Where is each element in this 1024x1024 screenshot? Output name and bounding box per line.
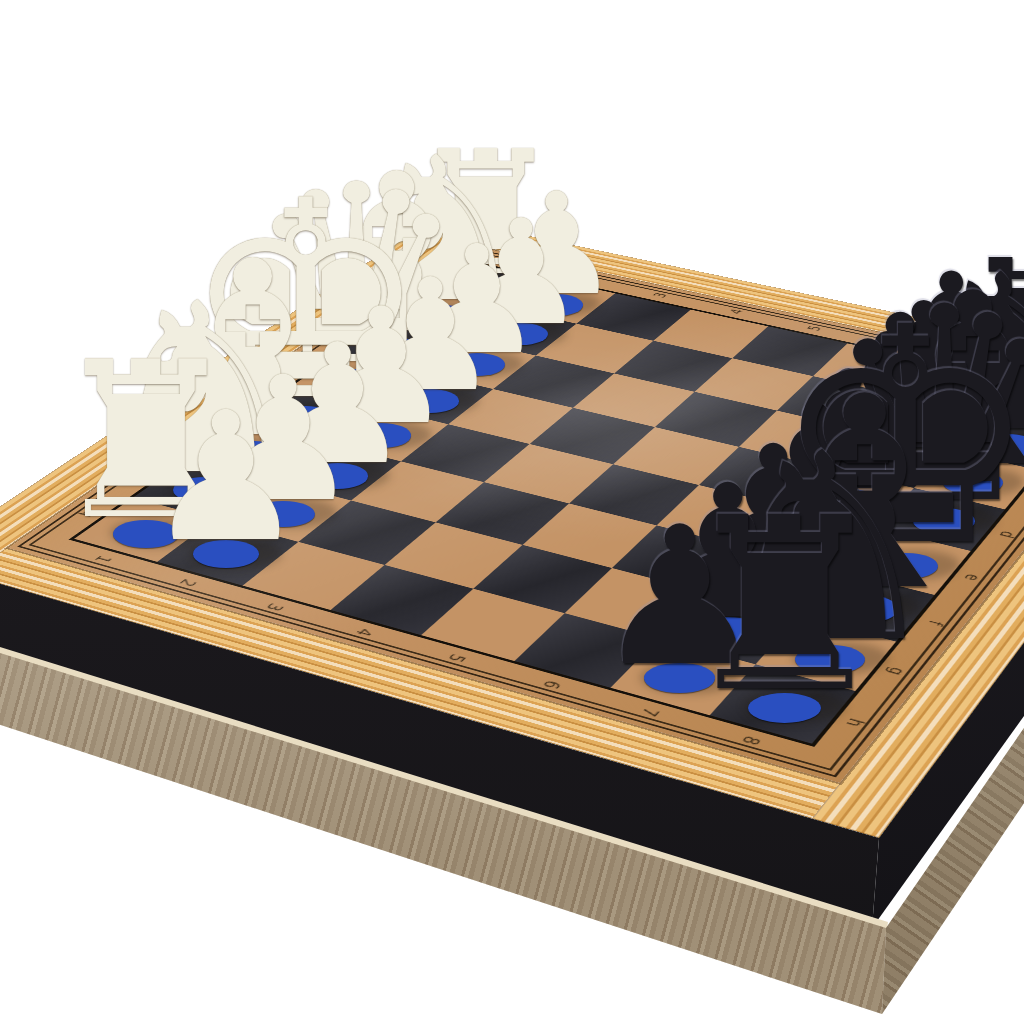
photo-stage: 11aa22bb33cc44dd55ee66ff77gg88hh ♜♟♞♟♝♟♛… xyxy=(0,0,1024,1024)
piece-white-pawn-h2[interactable]: ♟ xyxy=(119,388,333,566)
chess-box-scene: 11aa22bb33cc44dd55ee66ff77gg88hh ♜♟♞♟♝♟♛… xyxy=(0,0,1024,1024)
piece-black-rook-h8[interactable]: ♜ xyxy=(641,486,928,725)
pieces-layer: ♜♟♞♟♝♟♛♟♟♜♚♟♟♞♝♟♟♝♞♟♟♛♜♟♟♚♟♝♟♞♟♜ xyxy=(0,0,1024,1024)
